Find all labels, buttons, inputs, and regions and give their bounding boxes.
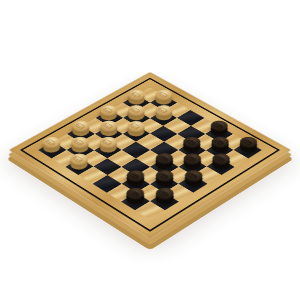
- checkers-board: ⛀⛂⛂⛀⛀⛂⛀⛂⛂⛀⛀⛂⛀⛂⛂⛀⛀⛂⛀⛂⛂⛀⛀⛂: [9, 72, 292, 239]
- board-square[interactable]: ⛂: [234, 142, 262, 158]
- light-checker-piece[interactable]: ⛀: [96, 143, 120, 157]
- black-trim-border: ⛀⛂⛂⛀⛀⛂⛀⛂⛂⛀⛀⛂⛀⛂⛂⛀⛀⛂⛀⛂⛂⛀⛀⛂: [20, 78, 280, 232]
- product-photo-checkers-set: ⛀⛂⛂⛀⛀⛂⛀⛂⛂⛀⛀⛂⛀⛂⛂⛀⛀⛂⛀⛂⛂⛀⛀⛂: [0, 0, 300, 300]
- light-checker-piece[interactable]: ⛀: [40, 143, 64, 157]
- board-square[interactable]: ⛀: [65, 158, 93, 175]
- dark-checker-piece[interactable]: ⛂: [236, 143, 260, 157]
- wooden-frame: ⛀⛂⛂⛀⛀⛂⛀⛂⛂⛀⛀⛂⛀⛂⛂⛀⛀⛂⛀⛂⛂⛀⛀⛂: [9, 72, 292, 239]
- light-checker-piece[interactable]: ⛀: [67, 159, 91, 174]
- board-square[interactable]: ⛂: [207, 158, 235, 175]
- board-square[interactable]: ⛀: [38, 142, 66, 158]
- board-square[interactable]: ⛀: [94, 142, 122, 158]
